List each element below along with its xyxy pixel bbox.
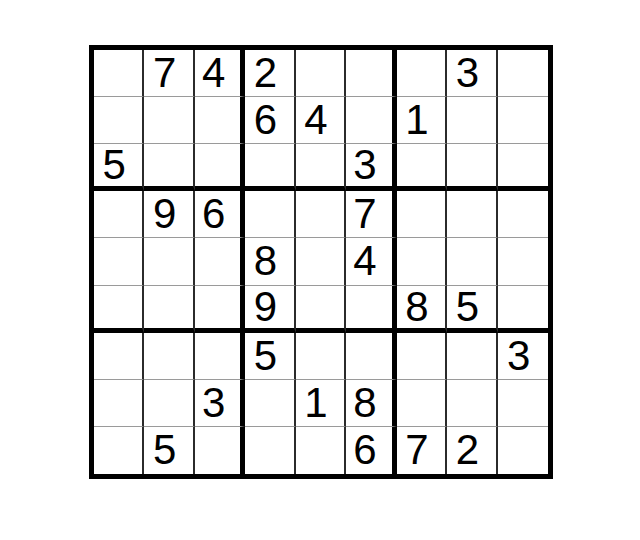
given-digit: 2: [456, 429, 479, 471]
sudoku-cell-r4c3: 6: [195, 191, 245, 238]
sudoku-cell-r1c2: 7: [144, 50, 194, 97]
given-digit: 6: [254, 99, 277, 141]
sudoku-cell-r8c8: [447, 380, 497, 427]
sudoku-cell-r1c7: [397, 50, 447, 97]
sudoku-cell-r9c5: [296, 427, 346, 474]
sudoku-cell-r9c3: [195, 427, 245, 474]
sudoku-cell-r9c4: [245, 427, 295, 474]
sudoku-cell-r1c9: [498, 50, 548, 97]
sudoku-cell-r2c7: 1: [397, 97, 447, 144]
sudoku-cell-r6c7: 8: [397, 286, 447, 333]
sudoku-cell-r9c6: 6: [346, 427, 396, 474]
sudoku-cell-r6c2: [144, 286, 194, 333]
given-digit: 5: [103, 144, 126, 186]
sudoku-cell-r1c4: 2: [245, 50, 295, 97]
sudoku-cell-r8c2: [144, 380, 194, 427]
sudoku-cell-r3c5: [296, 144, 346, 191]
sudoku-board: 74236415396784985533185672: [89, 45, 553, 479]
sudoku-cell-r9c1: [94, 427, 144, 474]
sudoku-cell-r5c8: [447, 238, 497, 285]
sudoku-cell-r6c5: [296, 286, 346, 333]
given-digit: 4: [202, 52, 225, 94]
sudoku-cell-r6c1: [94, 286, 144, 333]
given-digit: 5: [456, 286, 479, 328]
sudoku-cell-r2c9: [498, 97, 548, 144]
sudoku-cell-r8c6: 8: [346, 380, 396, 427]
sudoku-cell-r9c2: 5: [144, 427, 194, 474]
sudoku-cell-r3c6: 3: [346, 144, 396, 191]
sudoku-cell-r8c9: [498, 380, 548, 427]
sudoku-cell-r6c9: [498, 286, 548, 333]
sudoku-cell-r2c2: [144, 97, 194, 144]
sudoku-cell-r5c5: [296, 238, 346, 285]
sudoku-cell-r8c5: 1: [296, 380, 346, 427]
sudoku-cell-r5c9: [498, 238, 548, 285]
given-digit: 5: [254, 335, 277, 377]
given-digit: 3: [456, 52, 479, 94]
sudoku-cell-r9c9: [498, 427, 548, 474]
sudoku-cell-r3c4: [245, 144, 295, 191]
given-digit: 4: [304, 99, 327, 141]
sudoku-cell-r2c4: 6: [245, 97, 295, 144]
given-digit: 5: [153, 429, 176, 471]
given-digit: 8: [254, 240, 277, 282]
sudoku-cell-r7c7: [397, 333, 447, 380]
sudoku-cell-r4c8: [447, 191, 497, 238]
given-digit: 6: [353, 429, 376, 471]
sudoku-cell-r2c8: [447, 97, 497, 144]
sudoku-cell-r1c3: 4: [195, 50, 245, 97]
sudoku-cell-r3c2: [144, 144, 194, 191]
given-digit: 2: [254, 52, 277, 94]
sudoku-cell-r7c8: [447, 333, 497, 380]
sudoku-cell-r8c7: [397, 380, 447, 427]
sudoku-cell-r3c8: [447, 144, 497, 191]
sudoku-cell-r6c4: 9: [245, 286, 295, 333]
sudoku-cell-r9c7: 7: [397, 427, 447, 474]
given-digit: 7: [405, 429, 428, 471]
sudoku-cell-r8c4: [245, 380, 295, 427]
sudoku-cell-r3c1: 5: [94, 144, 144, 191]
sudoku-cell-r4c9: [498, 191, 548, 238]
given-digit: 6: [202, 193, 225, 235]
sudoku-cell-r1c8: 3: [447, 50, 497, 97]
sudoku-cell-r4c7: [397, 191, 447, 238]
given-digit: 9: [153, 193, 176, 235]
sudoku-cell-r2c6: [346, 97, 396, 144]
sudoku-cell-r8c3: 3: [195, 380, 245, 427]
sudoku-cell-r7c4: 5: [245, 333, 295, 380]
sudoku-cell-r7c1: [94, 333, 144, 380]
given-digit: 8: [353, 382, 376, 424]
given-digit: 4: [353, 240, 376, 282]
sudoku-cell-r7c5: [296, 333, 346, 380]
sudoku-cell-r7c6: [346, 333, 396, 380]
sudoku-cell-r4c2: 9: [144, 191, 194, 238]
sudoku-cell-r5c6: 4: [346, 238, 396, 285]
given-digit: 3: [507, 335, 530, 377]
given-digit: 1: [405, 99, 428, 141]
given-digit: 3: [202, 382, 225, 424]
sudoku-cell-r9c8: 2: [447, 427, 497, 474]
sudoku-cell-r2c1: [94, 97, 144, 144]
sudoku-puzzle-page: 74236415396784985533185672: [0, 0, 640, 540]
sudoku-cell-r1c5: [296, 50, 346, 97]
sudoku-cell-r3c9: [498, 144, 548, 191]
sudoku-cell-r4c6: 7: [346, 191, 396, 238]
sudoku-cell-r2c3: [195, 97, 245, 144]
sudoku-cell-r4c4: [245, 191, 295, 238]
sudoku-cell-r7c2: [144, 333, 194, 380]
sudoku-cell-r5c4: 8: [245, 238, 295, 285]
sudoku-cell-r6c6: [346, 286, 396, 333]
sudoku-cell-r3c7: [397, 144, 447, 191]
sudoku-cell-r7c3: [195, 333, 245, 380]
sudoku-cell-r8c1: [94, 380, 144, 427]
sudoku-cell-r1c6: [346, 50, 396, 97]
given-digit: 8: [405, 286, 428, 328]
sudoku-cell-r5c3: [195, 238, 245, 285]
given-digit: 1: [304, 382, 327, 424]
sudoku-cell-r6c3: [195, 286, 245, 333]
sudoku-cell-r5c7: [397, 238, 447, 285]
sudoku-cell-r7c9: 3: [498, 333, 548, 380]
given-digit: 9: [254, 286, 277, 328]
sudoku-cell-r1c1: [94, 50, 144, 97]
sudoku-cell-r3c3: [195, 144, 245, 191]
given-digit: 7: [153, 52, 176, 94]
given-digit: 7: [353, 193, 376, 235]
sudoku-cell-r5c1: [94, 238, 144, 285]
sudoku-cell-r2c5: 4: [296, 97, 346, 144]
sudoku-cell-r6c8: 5: [447, 286, 497, 333]
given-digit: 3: [353, 144, 376, 186]
sudoku-cell-r5c2: [144, 238, 194, 285]
sudoku-cell-r4c1: [94, 191, 144, 238]
sudoku-cell-r4c5: [296, 191, 346, 238]
